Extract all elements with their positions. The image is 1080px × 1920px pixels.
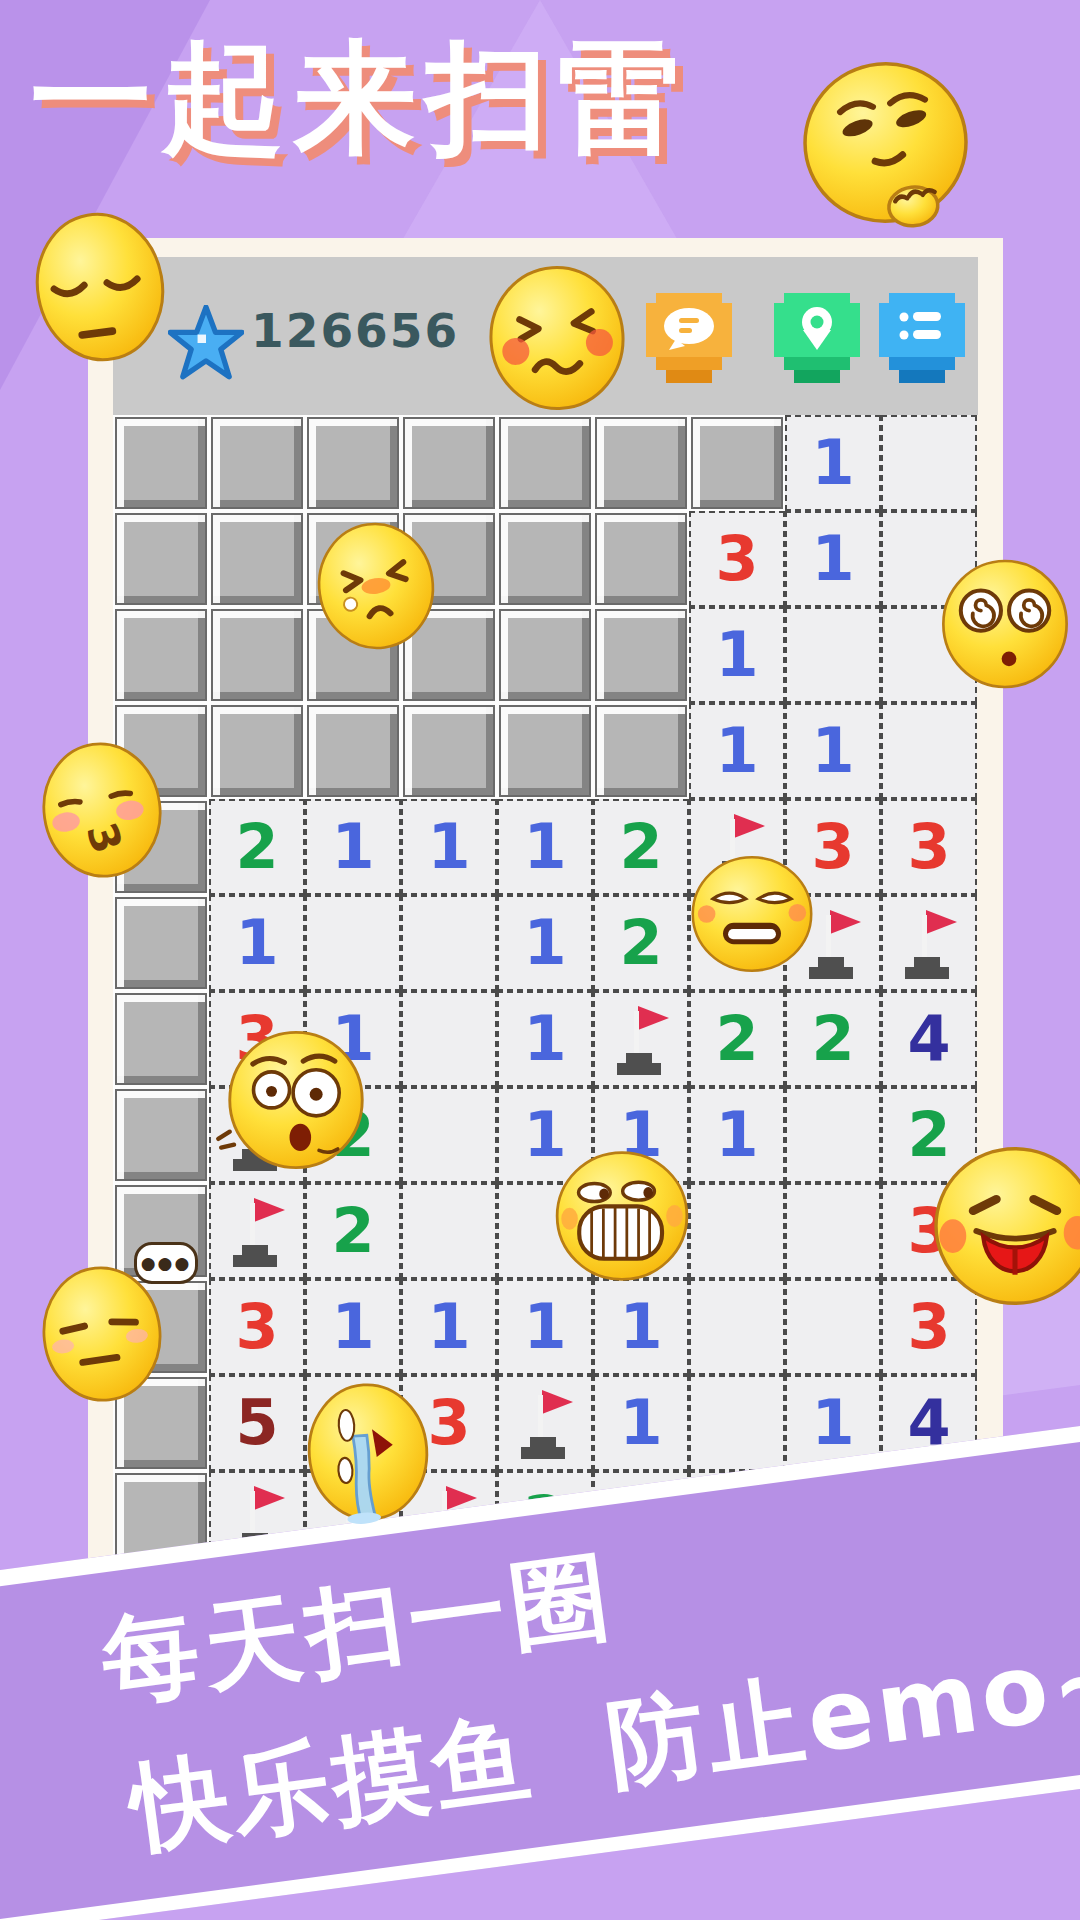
emoji-crying-icon (298, 1382, 438, 1522)
emoji-shocked-icon (224, 1028, 368, 1172)
cell-r0c4[interactable] (497, 415, 593, 511)
cell-r5c1[interactable]: 1 (209, 895, 305, 991)
cell-r6c6[interactable]: 2 (689, 991, 785, 1087)
cell-r7c0[interactable] (113, 1087, 209, 1183)
cell-r7c7[interactable] (785, 1087, 881, 1183)
emoji-tongue-icon (931, 1142, 1080, 1310)
cell-r0c3[interactable] (401, 415, 497, 511)
flag-icon (499, 1377, 591, 1469)
cell-r4c3[interactable]: 1 (401, 799, 497, 895)
cell-r6c5[interactable] (593, 991, 689, 1087)
emoji-dizzy-icon (938, 557, 1072, 691)
flag-icon (595, 993, 687, 1085)
game-panel: 126656 (88, 238, 1003, 1583)
cell-r3c7[interactable]: 1 (785, 703, 881, 799)
cell-r0c7[interactable]: 1 (785, 415, 881, 511)
cell-r2c6[interactable]: 1 (689, 607, 785, 703)
cell-r5c4[interactable]: 1 (497, 895, 593, 991)
cell-r0c1[interactable] (209, 415, 305, 511)
cell-r6c7[interactable]: 2 (785, 991, 881, 1087)
list-button[interactable] (879, 293, 965, 385)
emoji-sleepy-icon (24, 211, 176, 363)
flag-icon (211, 1185, 303, 1277)
cell-r7c3[interactable] (401, 1087, 497, 1183)
cell-r1c0[interactable] (113, 511, 209, 607)
cell-r8c2[interactable]: 2 (305, 1183, 401, 1279)
cell-r6c4[interactable]: 1 (497, 991, 593, 1087)
cell-r2c5[interactable] (593, 607, 689, 703)
cell-r7c6[interactable]: 1 (689, 1087, 785, 1183)
score-value: 126656 (251, 303, 459, 358)
flag-icon (883, 897, 975, 989)
cell-r1c1[interactable] (209, 511, 305, 607)
cell-r0c8[interactable] (881, 415, 977, 511)
cell-r5c2[interactable] (305, 895, 401, 991)
cell-r10c4[interactable] (497, 1375, 593, 1471)
cell-r9c1[interactable]: 3 (209, 1279, 305, 1375)
screenshot-root: 一起来扫雷 126656 (0, 0, 1080, 1920)
cell-r10c1[interactable]: 5 (209, 1375, 305, 1471)
location-button[interactable] (774, 293, 860, 385)
cell-r2c7[interactable] (785, 607, 881, 703)
cell-r4c5[interactable]: 2 (593, 799, 689, 895)
cell-r1c4[interactable] (497, 511, 593, 607)
cell-r1c7[interactable]: 1 (785, 511, 881, 607)
emoji-worried-icon (689, 851, 815, 977)
star-icon (168, 305, 244, 381)
cell-r8c1[interactable] (209, 1183, 305, 1279)
cell-r9c4[interactable]: 1 (497, 1279, 593, 1375)
cell-r6c3[interactable] (401, 991, 497, 1087)
cell-r6c8[interactable]: 4 (881, 991, 977, 1087)
cell-r6c0[interactable] (113, 991, 209, 1087)
cell-r5c8[interactable] (881, 895, 977, 991)
cell-r4c4[interactable]: 1 (497, 799, 593, 895)
cell-r8c6[interactable] (689, 1183, 785, 1279)
cell-r5c0[interactable] (113, 895, 209, 991)
cell-r2c4[interactable] (497, 607, 593, 703)
cell-r0c5[interactable] (593, 415, 689, 511)
emoji-thinking-icon (798, 55, 973, 230)
cell-r3c4[interactable] (497, 703, 593, 799)
cell-r3c3[interactable] (401, 703, 497, 799)
cell-r4c1[interactable]: 2 (209, 799, 305, 895)
chat-button[interactable] (646, 293, 732, 385)
cell-r1c6[interactable]: 3 (689, 511, 785, 607)
cell-r3c2[interactable] (305, 703, 401, 799)
cell-r3c8[interactable] (881, 703, 977, 799)
cell-r3c1[interactable] (209, 703, 305, 799)
cell-r2c0[interactable] (113, 607, 209, 703)
cell-r9c6[interactable] (689, 1279, 785, 1375)
cell-r1c5[interactable] (593, 511, 689, 607)
cell-r5c5[interactable]: 2 (593, 895, 689, 991)
cell-r5c3[interactable] (401, 895, 497, 991)
cell-r10c5[interactable]: 1 (593, 1375, 689, 1471)
cell-r0c2[interactable] (305, 415, 401, 511)
board-grid: 1311112111233112311224211122331111353114… (113, 415, 977, 1567)
cell-r9c7[interactable] (785, 1279, 881, 1375)
cell-r9c2[interactable]: 1 (305, 1279, 401, 1375)
emoji-grin-icon (553, 1147, 691, 1285)
cell-r0c0[interactable] (113, 415, 209, 511)
cell-r8c7[interactable] (785, 1183, 881, 1279)
cell-r4c8[interactable]: 3 (881, 799, 977, 895)
cell-r3c5[interactable] (593, 703, 689, 799)
face-button[interactable] (482, 263, 632, 413)
cell-r0c6[interactable] (689, 415, 785, 511)
cell-r10c6[interactable] (689, 1375, 785, 1471)
emoji-scrunched-icon (310, 520, 442, 652)
cell-r2c1[interactable] (209, 607, 305, 703)
cell-r8c3[interactable] (401, 1183, 497, 1279)
cell-r9c5[interactable]: 1 (593, 1279, 689, 1375)
speech-bubble: ●●● (134, 1242, 198, 1284)
cell-r3c6[interactable]: 1 (689, 703, 785, 799)
cell-r9c3[interactable]: 1 (401, 1279, 497, 1375)
cell-r4c2[interactable]: 1 (305, 799, 401, 895)
emoji-kissing-icon: 3 (33, 741, 171, 879)
emoji-expressionless-icon (33, 1265, 171, 1403)
page-title: 一起来扫雷 (30, 18, 690, 182)
